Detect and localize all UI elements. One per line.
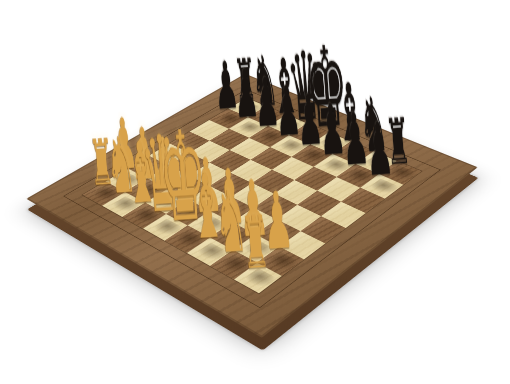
black-rook: ♜ xyxy=(233,50,258,108)
square-h8: ♜ xyxy=(379,161,421,185)
black-king: ♚ xyxy=(302,31,351,144)
black-knight: ♞ xyxy=(357,86,390,163)
board-walnut-frame: ♜♞♝♛♚♝♞♜♟♟♟♟♟♟♟♟♟♟♟♟♟♟♟♟♜♞♝♛♚♝♞♜ xyxy=(26,74,477,338)
square-d4 xyxy=(210,173,252,197)
perspective-wrapper: ♜♞♝♛♚♝♞♜♟♟♟♟♟♟♟♟♟♟♟♟♟♟♟♟♜♞♝♛♚♝♞♜ xyxy=(0,0,510,384)
white-pawn: ♟ xyxy=(128,118,160,191)
chess-board: ♜♞♝♛♚♝♞♜♟♟♟♟♟♟♟♟♟♟♟♟♟♟♟♟♜♞♝♛♚♝♞♜ xyxy=(26,74,477,338)
square-h7: ♟ xyxy=(360,174,403,199)
product-photo-scene: ♜♞♝♛♚♝♞♜♟♟♟♟♟♟♟♟♟♟♟♟♟♟♟♟♜♞♝♛♚♝♞♜ xyxy=(0,0,510,384)
